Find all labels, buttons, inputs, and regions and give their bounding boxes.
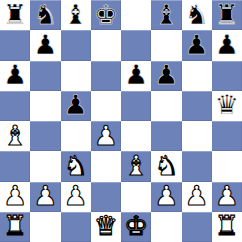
square-b4[interactable]: [30, 121, 60, 151]
square-g7[interactable]: ♟: [182, 30, 212, 60]
piece-white-pawn: ♟: [33, 182, 57, 209]
square-d6[interactable]: [91, 61, 121, 91]
square-h6[interactable]: [212, 61, 242, 91]
square-f6[interactable]: ♟: [151, 61, 181, 91]
square-f8[interactable]: ♝: [151, 0, 181, 30]
square-f7[interactable]: [151, 30, 181, 60]
square-h3[interactable]: [212, 151, 242, 181]
square-e5[interactable]: [121, 91, 151, 121]
square-h7[interactable]: ♟: [212, 30, 242, 60]
piece-black-pawn: ♟: [124, 61, 148, 88]
square-b7[interactable]: ♟: [30, 30, 60, 60]
square-e3[interactable]: ♝: [121, 151, 151, 181]
square-b3[interactable]: [30, 151, 60, 181]
piece-white-queen: ♛: [94, 212, 118, 239]
piece-black-pawn: ♟: [185, 31, 209, 58]
square-b1[interactable]: [30, 212, 60, 242]
square-g2[interactable]: ♟: [182, 182, 212, 212]
square-c8[interactable]: ♝: [61, 0, 91, 30]
piece-black-knight: ♞: [185, 1, 209, 28]
square-a2[interactable]: ♟: [0, 182, 30, 212]
square-c6[interactable]: [61, 61, 91, 91]
square-g6[interactable]: [182, 61, 212, 91]
piece-black-pawn: ♟: [64, 91, 88, 118]
piece-white-rook: ♜: [215, 212, 239, 239]
square-b2[interactable]: ♟: [30, 182, 60, 212]
piece-black-pawn: ♟: [33, 31, 57, 58]
square-f4[interactable]: [151, 121, 181, 151]
piece-black-bishop: ♝: [64, 1, 88, 28]
square-c1[interactable]: [61, 212, 91, 242]
square-h5[interactable]: ♛: [212, 91, 242, 121]
square-e2[interactable]: [121, 182, 151, 212]
square-a6[interactable]: ♟: [0, 61, 30, 91]
piece-white-bishop: ♝: [124, 152, 148, 179]
square-c7[interactable]: [61, 30, 91, 60]
square-h4[interactable]: [212, 121, 242, 151]
piece-white-bishop: ♝: [3, 122, 27, 149]
square-e4[interactable]: [121, 121, 151, 151]
square-b8[interactable]: ♞: [30, 0, 60, 30]
square-e1[interactable]: ♚: [121, 212, 151, 242]
piece-black-pawn: ♟: [3, 61, 27, 88]
square-g1[interactable]: [182, 212, 212, 242]
piece-white-rook: ♜: [3, 212, 27, 239]
square-h2[interactable]: ♟: [212, 182, 242, 212]
square-d8[interactable]: ♚: [91, 0, 121, 30]
square-f5[interactable]: [151, 91, 181, 121]
piece-white-pawn: ♟: [94, 122, 118, 149]
piece-black-rook: ♜: [3, 1, 27, 28]
square-g8[interactable]: ♞: [182, 0, 212, 30]
piece-black-queen: ♛: [215, 91, 239, 118]
square-h1[interactable]: ♜: [212, 212, 242, 242]
piece-black-pawn: ♟: [154, 61, 178, 88]
piece-black-pawn: ♟: [215, 31, 239, 58]
square-d2[interactable]: [91, 182, 121, 212]
piece-white-knight: ♞: [64, 152, 88, 179]
square-c2[interactable]: ♟: [61, 182, 91, 212]
square-c4[interactable]: [61, 121, 91, 151]
square-a8[interactable]: ♜: [0, 0, 30, 30]
piece-white-king: ♚: [124, 212, 148, 239]
square-a4[interactable]: ♝: [0, 121, 30, 151]
piece-white-knight: ♞: [154, 152, 178, 179]
square-g4[interactable]: [182, 121, 212, 151]
square-b6[interactable]: [30, 61, 60, 91]
square-d3[interactable]: [91, 151, 121, 181]
square-a5[interactable]: [0, 91, 30, 121]
square-c3[interactable]: ♞: [61, 151, 91, 181]
square-a7[interactable]: [0, 30, 30, 60]
piece-white-pawn: ♟: [3, 182, 27, 209]
square-c5[interactable]: ♟: [61, 91, 91, 121]
square-d4[interactable]: ♟: [91, 121, 121, 151]
square-d7[interactable]: [91, 30, 121, 60]
piece-black-rook: ♜: [215, 1, 239, 28]
square-a1[interactable]: ♜: [0, 212, 30, 242]
square-d1[interactable]: ♛: [91, 212, 121, 242]
square-f2[interactable]: ♟: [151, 182, 181, 212]
square-e7[interactable]: [121, 30, 151, 60]
square-d5[interactable]: [91, 91, 121, 121]
piece-white-pawn: ♟: [185, 182, 209, 209]
piece-black-knight: ♞: [33, 1, 57, 28]
square-g5[interactable]: [182, 91, 212, 121]
square-a3[interactable]: [0, 151, 30, 181]
square-e6[interactable]: ♟: [121, 61, 151, 91]
piece-black-king: ♚: [94, 1, 118, 28]
piece-white-pawn: ♟: [215, 182, 239, 209]
piece-black-bishop: ♝: [154, 1, 178, 28]
square-b5[interactable]: [30, 91, 60, 121]
square-g3[interactable]: [182, 151, 212, 181]
square-f1[interactable]: [151, 212, 181, 242]
square-e8[interactable]: [121, 0, 151, 30]
piece-white-pawn: ♟: [64, 182, 88, 209]
chess-board: ♜♞♝♚♝♞♜♟♟♟♟♟♟♟♛♝♟♞♝♞♟♟♟♟♟♟♜♛♚♜: [0, 0, 242, 242]
square-h8[interactable]: ♜: [212, 0, 242, 30]
square-f3[interactable]: ♞: [151, 151, 181, 181]
piece-white-pawn: ♟: [154, 182, 178, 209]
